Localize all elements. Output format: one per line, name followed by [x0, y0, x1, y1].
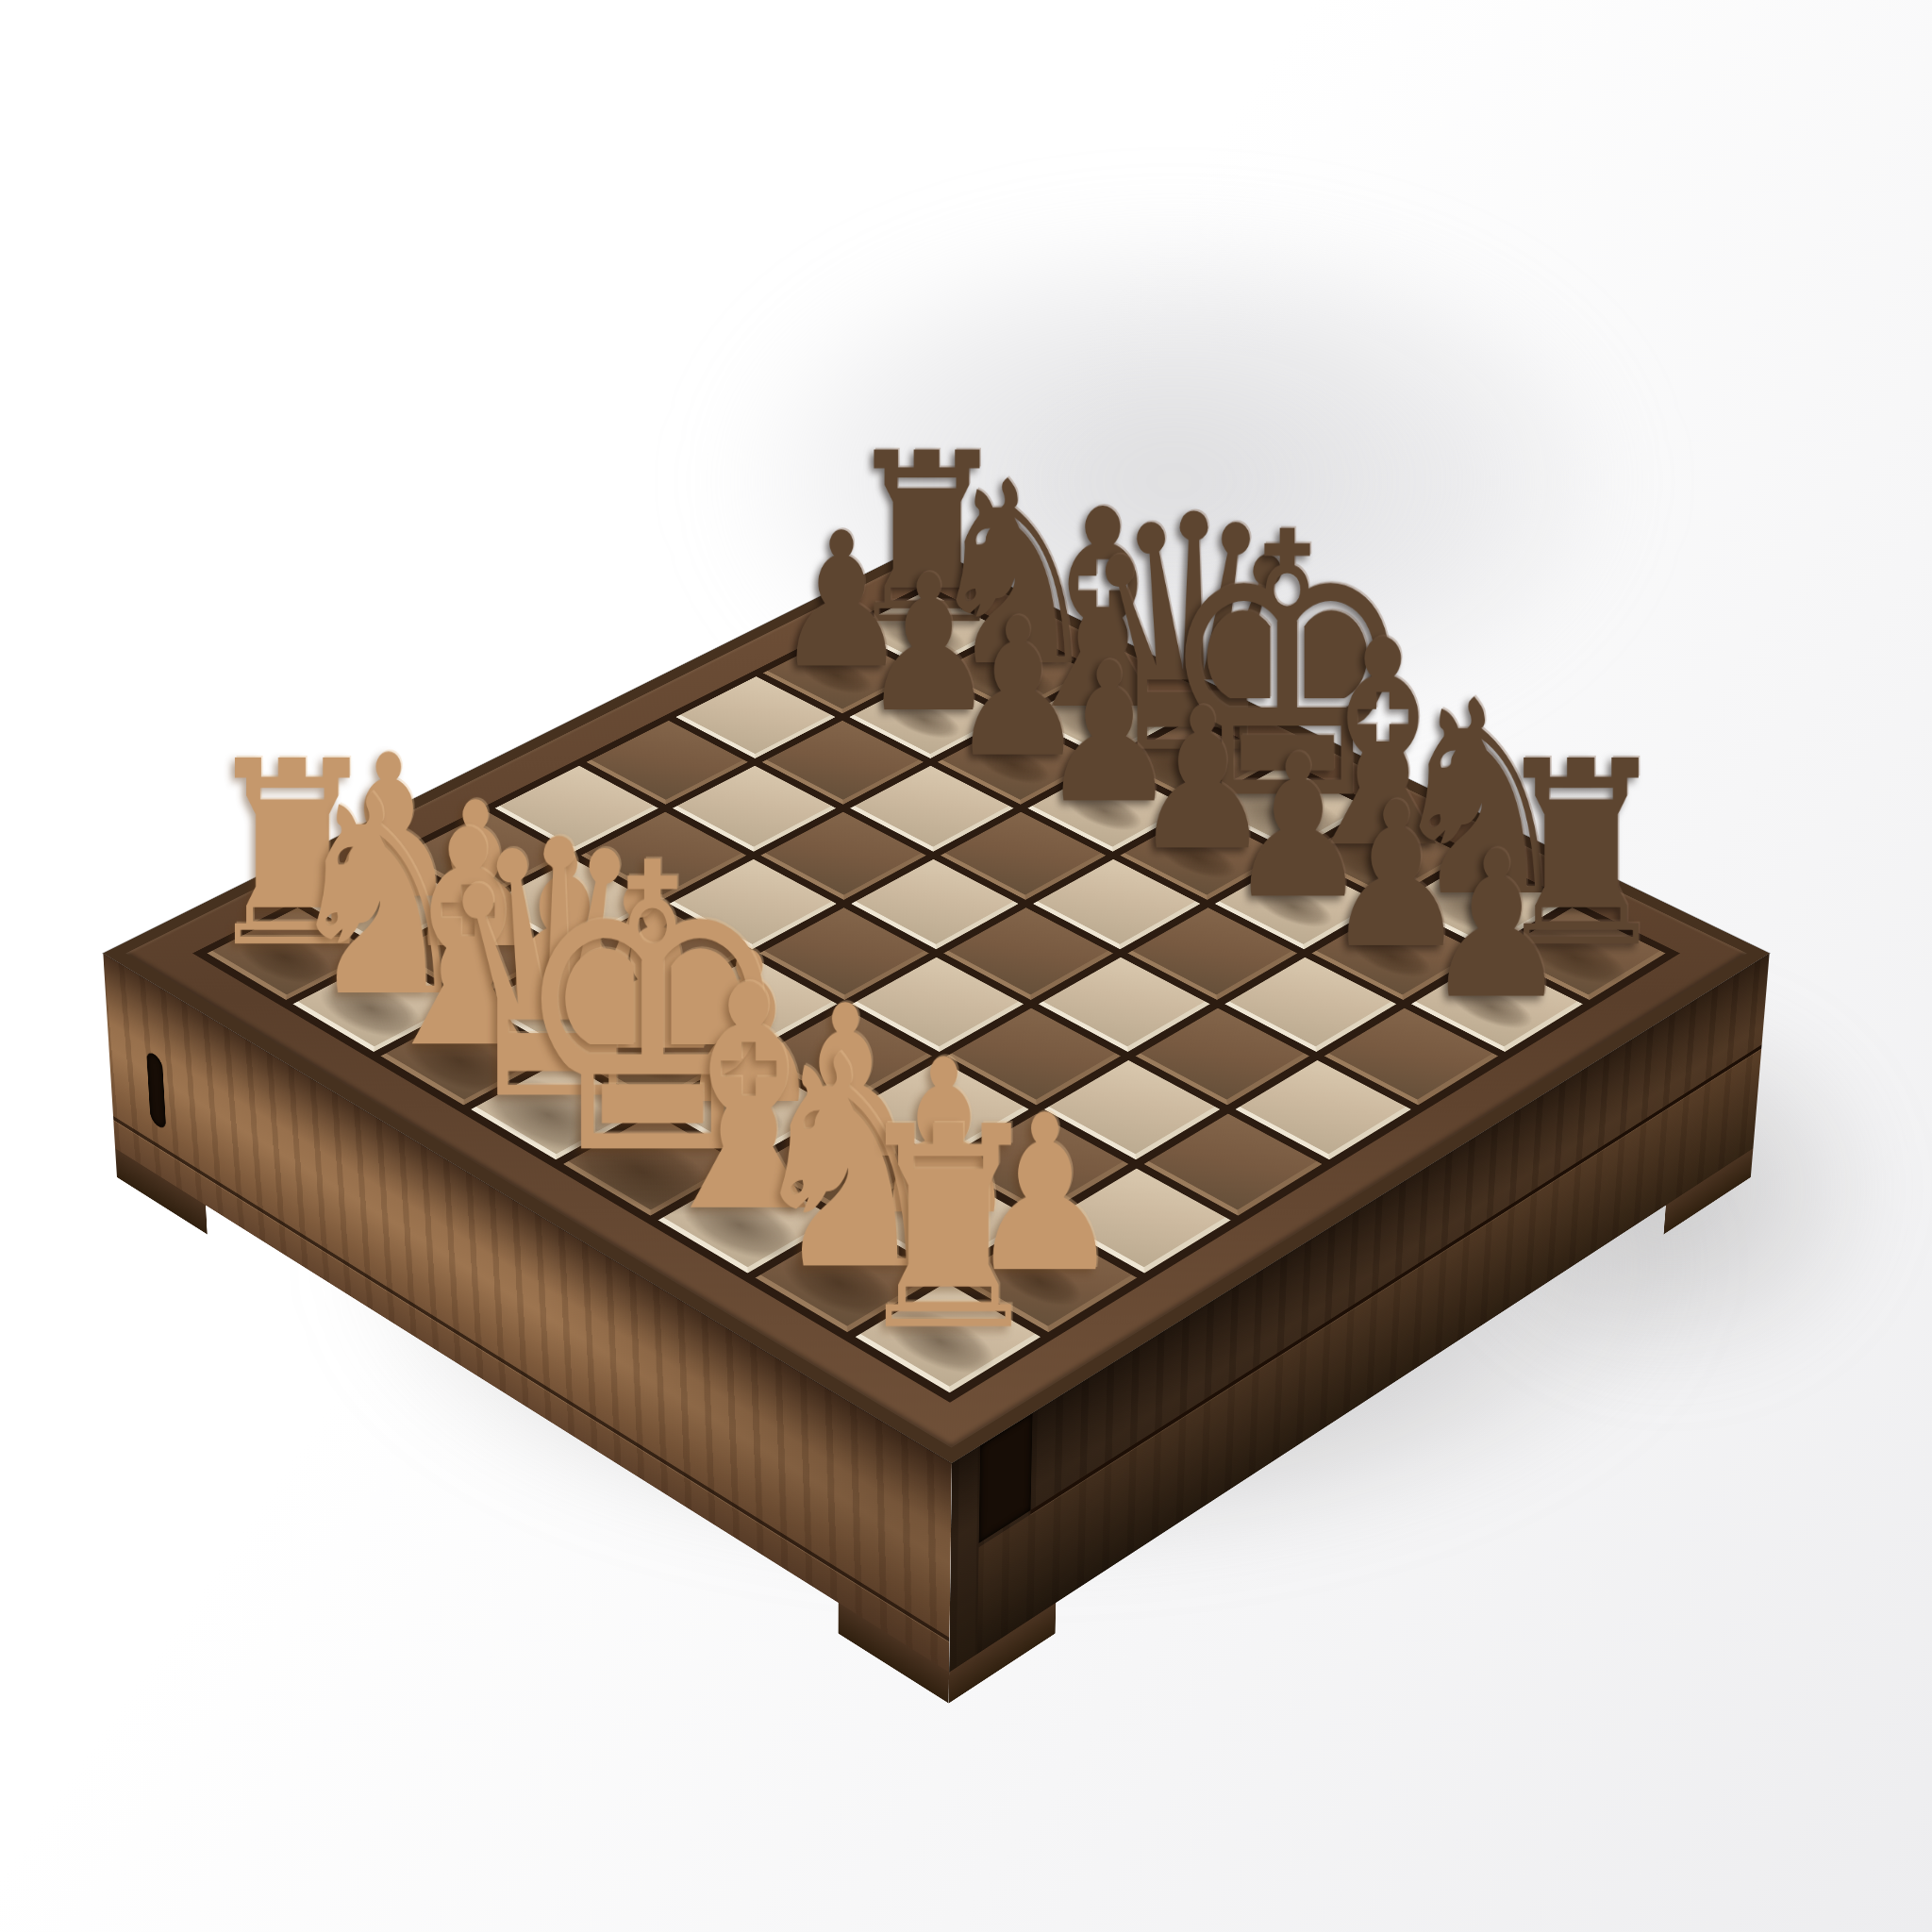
- chess-board-box: ♜♞♝♛♚♝♞♜♟♟♟♟♟♟♟♟♟♟♟♟♟♟♟♟♜♞♝♛♚♝♞♜: [103, 544, 1769, 1463]
- piece-glyph: ♟: [1400, 843, 1594, 1009]
- scene: ♜♞♝♛♚♝♞♜♟♟♟♟♟♟♟♟♟♟♟♟♟♟♟♟♜♞♝♛♚♝♞♜: [0, 0, 1932, 1932]
- finger-slot[interactable]: [146, 1049, 166, 1131]
- piece-glyph: ♜: [814, 1115, 1081, 1343]
